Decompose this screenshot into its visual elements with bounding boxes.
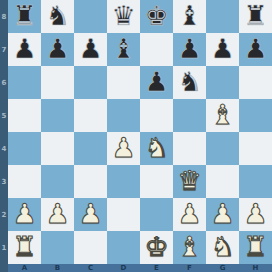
square-g8[interactable] (206, 0, 239, 33)
square-b7[interactable]: ♟ (41, 33, 74, 66)
file-label-f: F (173, 264, 206, 272)
white-queen[interactable]: ♛ (177, 167, 201, 194)
square-h3[interactable] (239, 165, 272, 198)
square-b4[interactable] (41, 132, 74, 165)
square-b8[interactable]: ♞ (41, 0, 74, 33)
square-b3[interactable] (41, 165, 74, 198)
white-rook[interactable]: ♜ (243, 233, 267, 260)
file-label-h: H (239, 264, 272, 272)
square-e1[interactable]: ♚ (140, 231, 173, 264)
white-king[interactable]: ♚ (144, 233, 168, 260)
square-c2[interactable]: ♟ (74, 198, 107, 231)
square-h1[interactable]: ♜ (239, 231, 272, 264)
white-pawn[interactable]: ♟ (12, 200, 36, 227)
square-e5[interactable] (140, 99, 173, 132)
black-knight[interactable]: ♞ (45, 2, 69, 29)
rank-label-2: 2 (0, 198, 8, 231)
square-g7[interactable]: ♟ (206, 33, 239, 66)
square-d6[interactable] (107, 66, 140, 99)
square-d2[interactable] (107, 198, 140, 231)
white-pawn[interactable]: ♟ (45, 200, 69, 227)
file-label-d: D (107, 264, 140, 272)
square-e8[interactable]: ♚ (140, 0, 173, 33)
square-a1[interactable]: ♜ (8, 231, 41, 264)
square-g2[interactable]: ♟ (206, 198, 239, 231)
square-e3[interactable] (140, 165, 173, 198)
square-f7[interactable]: ♟ (173, 33, 206, 66)
square-f8[interactable]: ♝ (173, 0, 206, 33)
square-f5[interactable] (173, 99, 206, 132)
square-c4[interactable] (74, 132, 107, 165)
white-bishop[interactable]: ♝ (210, 101, 234, 128)
square-g1[interactable]: ♞ (206, 231, 239, 264)
square-c3[interactable] (74, 165, 107, 198)
white-pawn[interactable]: ♟ (177, 200, 201, 227)
square-h8[interactable]: ♜ (239, 0, 272, 33)
square-d7[interactable]: ♝ (107, 33, 140, 66)
rank-label-7: 7 (0, 33, 8, 66)
square-f6[interactable]: ♞ (173, 66, 206, 99)
square-e2[interactable] (140, 198, 173, 231)
square-c6[interactable] (74, 66, 107, 99)
black-pawn[interactable]: ♟ (243, 35, 267, 62)
square-a5[interactable] (8, 99, 41, 132)
square-h5[interactable] (239, 99, 272, 132)
square-c8[interactable] (74, 0, 107, 33)
square-f1[interactable]: ♝ (173, 231, 206, 264)
white-knight[interactable]: ♞ (210, 233, 234, 260)
black-pawn[interactable]: ♟ (177, 35, 201, 62)
square-c5[interactable] (74, 99, 107, 132)
white-bishop[interactable]: ♝ (177, 233, 201, 260)
square-e4[interactable]: ♞ (140, 132, 173, 165)
rank-label-6: 6 (0, 66, 8, 99)
square-e6[interactable]: ♟ (140, 66, 173, 99)
square-f3[interactable]: ♛ (173, 165, 206, 198)
square-a3[interactable] (8, 165, 41, 198)
black-pawn[interactable]: ♟ (210, 35, 234, 62)
chess-board-diagram: 87654321 ♜♞♛♚♝♜♟♟♟♝♟♟♟♟♞♝♟♞♛♟♟♟♟♟♟♜♚♝♞♜ … (0, 0, 272, 272)
black-king[interactable]: ♚ (144, 2, 168, 29)
square-g5[interactable]: ♝ (206, 99, 239, 132)
square-a4[interactable] (8, 132, 41, 165)
black-rook[interactable]: ♜ (243, 2, 267, 29)
black-pawn[interactable]: ♟ (12, 35, 36, 62)
square-h6[interactable] (239, 66, 272, 99)
square-a8[interactable]: ♜ (8, 0, 41, 33)
square-f2[interactable]: ♟ (173, 198, 206, 231)
square-b2[interactable]: ♟ (41, 198, 74, 231)
square-g6[interactable] (206, 66, 239, 99)
file-label-c: C (74, 264, 107, 272)
black-queen[interactable]: ♛ (111, 2, 135, 29)
file-label-b: B (41, 264, 74, 272)
square-b5[interactable] (41, 99, 74, 132)
rank-labels-column: 87654321 (0, 0, 8, 272)
rank-label-4: 4 (0, 132, 8, 165)
square-a2[interactable]: ♟ (8, 198, 41, 231)
white-pawn[interactable]: ♟ (210, 200, 234, 227)
square-d3[interactable] (107, 165, 140, 198)
black-bishop[interactable]: ♝ (111, 35, 135, 62)
square-d5[interactable] (107, 99, 140, 132)
white-pawn[interactable]: ♟ (78, 200, 102, 227)
black-pawn[interactable]: ♟ (144, 68, 168, 95)
rank-label-1: 1 (0, 231, 8, 264)
square-c1[interactable] (74, 231, 107, 264)
file-label-e: E (140, 264, 173, 272)
file-labels-row: ABCDEFGH (8, 264, 272, 272)
square-e7[interactable] (140, 33, 173, 66)
black-pawn[interactable]: ♟ (78, 35, 102, 62)
white-pawn[interactable]: ♟ (111, 134, 135, 161)
white-rook[interactable]: ♜ (12, 233, 36, 260)
square-h4[interactable] (239, 132, 272, 165)
square-f4[interactable] (173, 132, 206, 165)
black-bishop[interactable]: ♝ (177, 2, 201, 29)
square-g4[interactable] (206, 132, 239, 165)
square-c7[interactable]: ♟ (74, 33, 107, 66)
black-pawn[interactable]: ♟ (45, 35, 69, 62)
square-b6[interactable] (41, 66, 74, 99)
square-d4[interactable]: ♟ (107, 132, 140, 165)
rank-label-3: 3 (0, 165, 8, 198)
white-pawn[interactable]: ♟ (243, 200, 267, 227)
square-a7[interactable]: ♟ (8, 33, 41, 66)
square-b1[interactable] (41, 231, 74, 264)
chess-board: ♜♞♛♚♝♜♟♟♟♝♟♟♟♟♞♝♟♞♛♟♟♟♟♟♟♜♚♝♞♜ (8, 0, 272, 264)
rank-label-5: 5 (0, 99, 8, 132)
square-g3[interactable] (206, 165, 239, 198)
square-a6[interactable] (8, 66, 41, 99)
black-knight[interactable]: ♞ (177, 68, 201, 95)
square-h2[interactable]: ♟ (239, 198, 272, 231)
square-h7[interactable]: ♟ (239, 33, 272, 66)
rank-label-8: 8 (0, 0, 8, 33)
square-d8[interactable]: ♛ (107, 0, 140, 33)
file-label-g: G (206, 264, 239, 272)
black-rook[interactable]: ♜ (12, 2, 36, 29)
file-label-a: A (8, 264, 41, 272)
white-knight[interactable]: ♞ (144, 134, 168, 161)
square-d1[interactable] (107, 231, 140, 264)
